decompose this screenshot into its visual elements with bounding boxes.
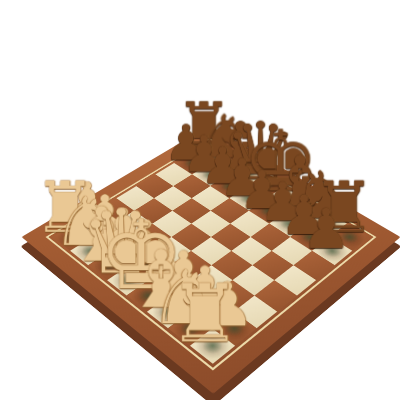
pawn-glyph: ♟ <box>302 203 352 256</box>
square-h1[interactable]: ♜ <box>190 328 235 363</box>
board-squares: ♜♞♝♛♚♝♞♜♟♟♟♟♟♟♟♟♟♟♟♟♟♟♟♟♜♞♝♛♚♝♞♜ <box>53 141 370 363</box>
square-h7[interactable]: ♟ <box>312 237 352 265</box>
maple-inlay-line: ♜♞♝♛♚♝♞♜♟♟♟♟♟♟♟♟♟♟♟♟♟♟♟♟♜♞♝♛♚♝♞♜ <box>46 138 377 371</box>
rook-glyph: ♜ <box>169 275 241 351</box>
chess-board: ♜♞♝♛♚♝♞♜♟♟♟♟♟♟♟♟♟♟♟♟♟♟♟♟♜♞♝♛♚♝♞♜ <box>21 125 400 393</box>
photo-canvas: ♜♞♝♛♚♝♞♜♟♟♟♟♟♟♟♟♟♟♟♟♟♟♟♟♜♞♝♛♚♝♞♜ <box>0 0 400 400</box>
board-frame: ♜♞♝♛♚♝♞♜♟♟♟♟♟♟♟♟♟♟♟♟♟♟♟♟♜♞♝♛♚♝♞♜ <box>21 125 400 393</box>
piece-white-rook-h1[interactable]: ♜ <box>169 275 241 351</box>
piece-black-pawn-h7[interactable]: ♟ <box>302 203 352 256</box>
